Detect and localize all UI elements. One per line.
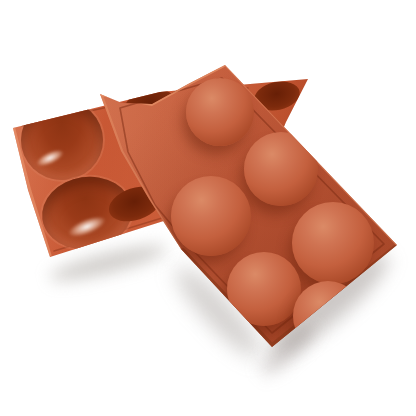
product-photo-stage bbox=[0, 0, 416, 416]
cavity-specular-highlight bbox=[65, 212, 108, 241]
mold-dome bbox=[292, 202, 374, 284]
cavity-specular-highlight bbox=[34, 146, 66, 170]
mold-dome bbox=[171, 176, 251, 256]
mold-dome bbox=[186, 78, 254, 146]
